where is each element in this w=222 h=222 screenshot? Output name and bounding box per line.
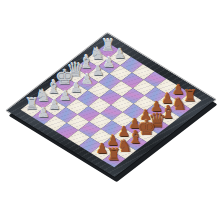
piece-silver-pawn: ♟ (37, 105, 50, 119)
chess-set-photo: ♜♟♟♜♞♟♟♞♝♟♟♝♛♟♟♛♚♟♟♚♝♟♟♝♞♟♟♞♜♟♟♜ (0, 0, 222, 222)
board-frame: ♜♟♟♜♞♟♟♞♝♟♟♝♛♟♟♛♚♟♟♚♝♟♟♝♞♟♟♞♜♟♟♜ (6, 33, 215, 177)
chess-scene: ♜♟♟♜♞♟♟♞♝♟♟♝♛♟♟♛♚♟♟♚♝♟♟♝♞♟♟♞♜♟♟♜ (37, 31, 185, 179)
chess-board: ♜♟♟♜♞♟♟♞♝♟♟♝♛♟♟♛♚♟♟♚♝♟♟♝♞♟♟♞♜♟♟♜ (21, 43, 202, 168)
piece-copper-rook: ♜ (107, 147, 121, 163)
